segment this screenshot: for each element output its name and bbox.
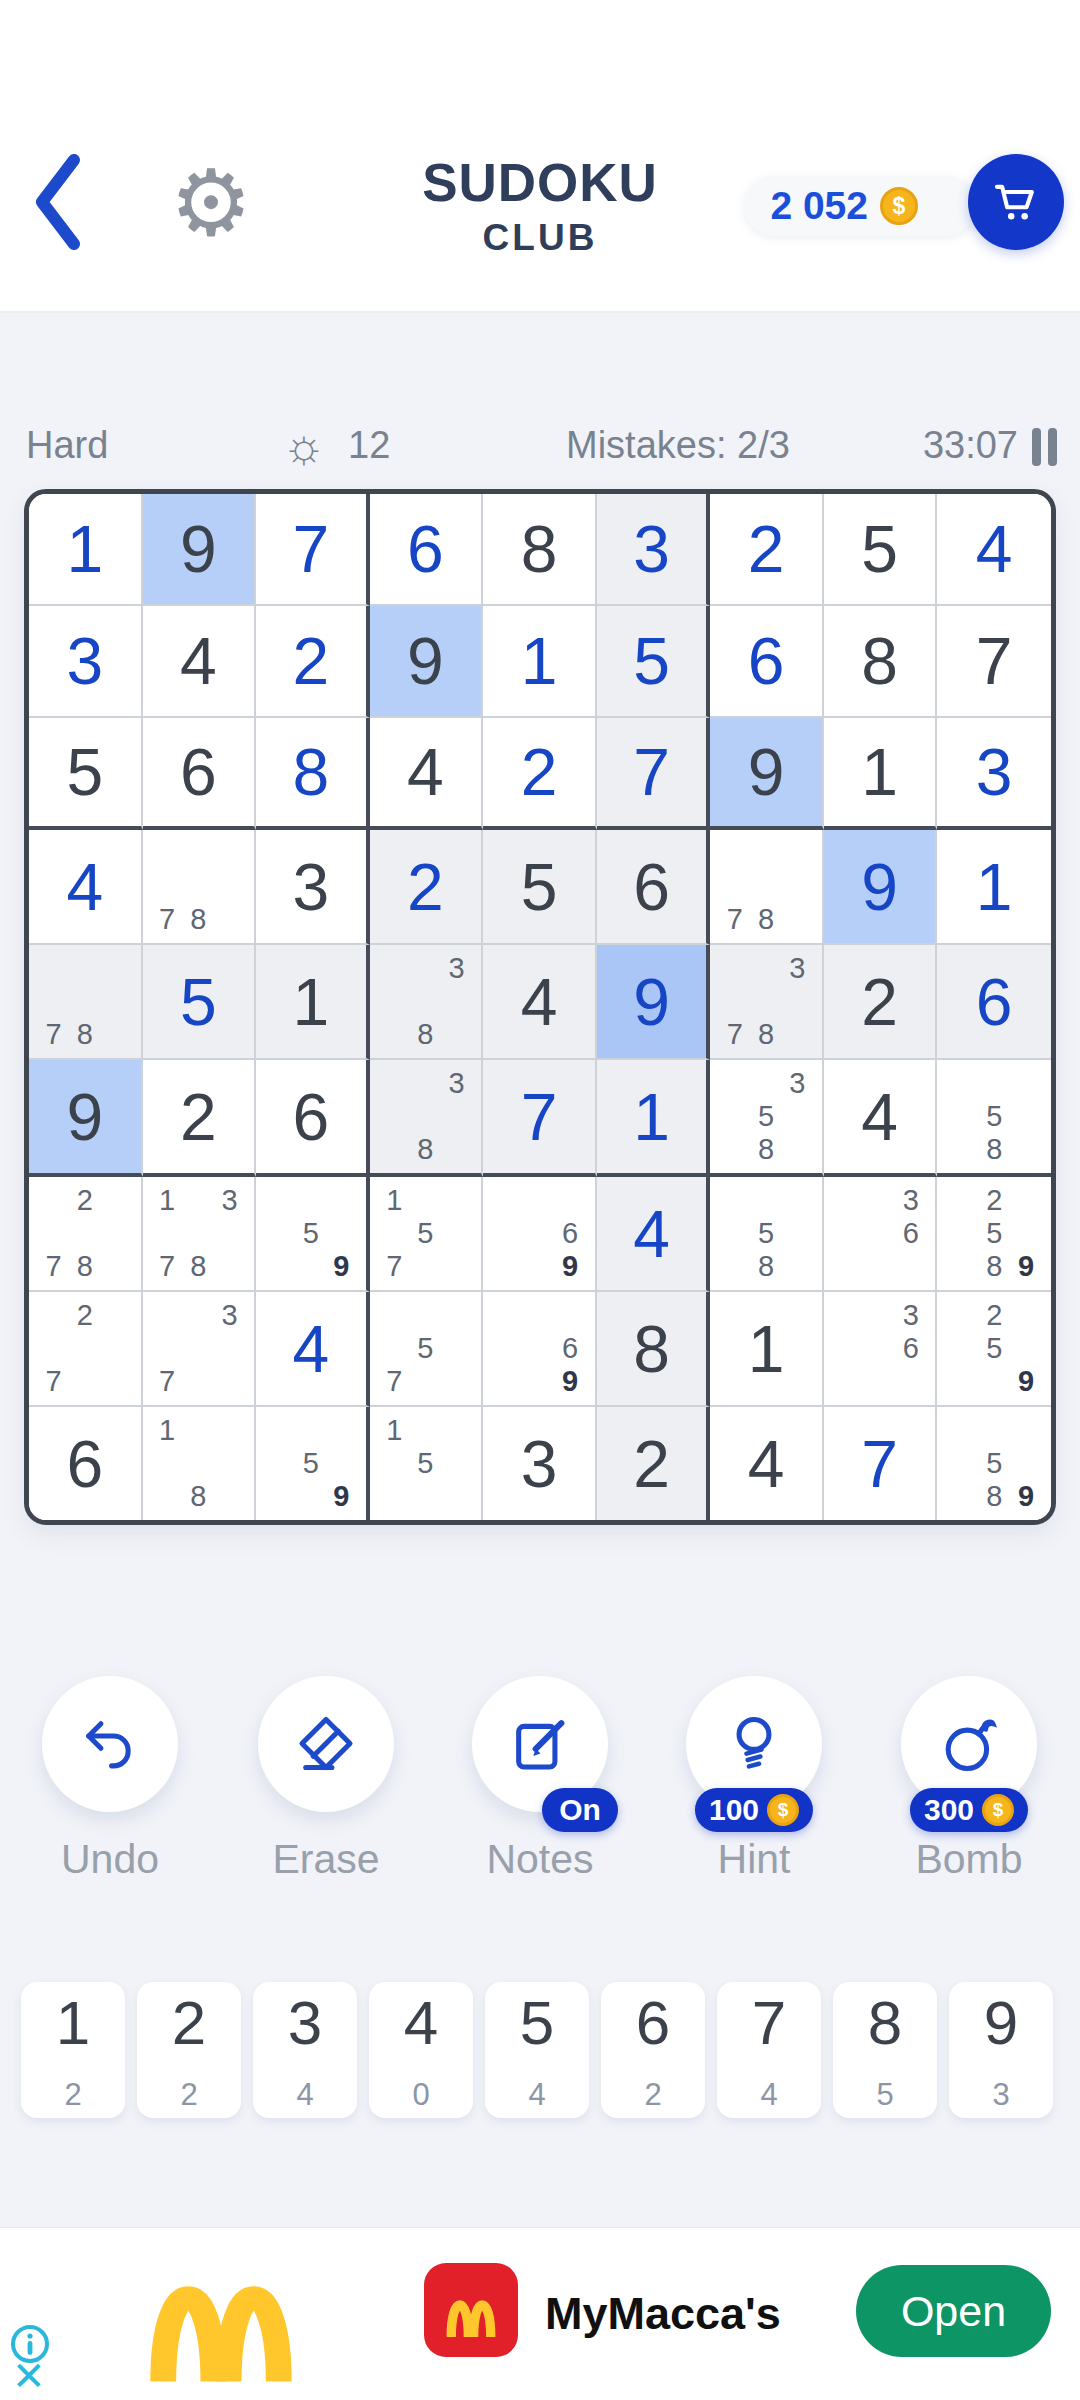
cell-r6c7[interactable]: 358 xyxy=(710,1060,824,1177)
cell-r8c4[interactable]: 57 xyxy=(370,1292,484,1407)
given-digit: 4 xyxy=(748,1431,785,1497)
key-digit: 1 xyxy=(56,1992,90,2054)
cell-r3c2[interactable]: 6 xyxy=(143,718,257,830)
cell-r4c5[interactable]: 5 xyxy=(483,830,597,945)
numpad-key-8[interactable]: 85 xyxy=(833,1982,937,2118)
cell-r3c8[interactable]: 1 xyxy=(824,718,938,830)
user-digit: 1 xyxy=(976,854,1013,920)
user-digit: 2 xyxy=(293,628,330,694)
given-digit: 8 xyxy=(633,1316,670,1382)
user-digit: 1 xyxy=(66,516,103,582)
given-digit: 9 xyxy=(180,516,217,582)
bomb-tool: 300 $ Bomb xyxy=(901,1676,1037,1883)
cell-r8c5[interactable]: 69 xyxy=(483,1292,597,1407)
pencilmarks: 278 xyxy=(29,1177,141,1290)
key-remaining-count: 2 xyxy=(644,2079,661,2110)
user-digit: 9 xyxy=(633,969,670,1035)
lightbulb-icon xyxy=(722,1712,786,1776)
given-digit: 1 xyxy=(293,969,330,1035)
numpad-key-9[interactable]: 93 xyxy=(949,1982,1053,2118)
pencilmarks: 36 xyxy=(824,1292,936,1405)
cell-r4c2[interactable]: 78 xyxy=(143,830,257,945)
pencilmarks: 38 xyxy=(370,945,482,1058)
cell-r8c6[interactable]: 8 xyxy=(597,1292,711,1407)
coin-balance: 2 052 $ xyxy=(744,176,976,236)
cell-r2c5[interactable]: 1 xyxy=(483,606,597,718)
given-digit: 9 xyxy=(407,628,444,694)
user-digit: 6 xyxy=(976,969,1013,1035)
key-digit: 2 xyxy=(172,1992,206,2054)
shop-button[interactable] xyxy=(968,154,1064,250)
notes-on-badge: On xyxy=(542,1788,618,1832)
cell-r3c1[interactable]: 5 xyxy=(29,718,143,830)
user-digit: 5 xyxy=(633,628,670,694)
key-digit: 5 xyxy=(520,1992,554,2054)
notes-badge-text: On xyxy=(559,1793,601,1827)
user-digit: 7 xyxy=(521,1084,558,1150)
sun-score-icon: ☼ xyxy=(282,418,326,473)
cell-r9c3[interactable]: 59 xyxy=(256,1407,370,1520)
cell-r1c7[interactable]: 2 xyxy=(710,494,824,606)
given-digit: 6 xyxy=(293,1084,330,1150)
pencilmarks: 38 xyxy=(370,1060,482,1173)
cell-r2c2[interactable]: 4 xyxy=(143,606,257,718)
pencilmarks: 58 xyxy=(710,1177,822,1290)
game-status-bar: Hard ☼ 12 Mistakes: 2/3 33:07 xyxy=(0,418,1080,474)
pencilmarks: 78 xyxy=(710,830,822,943)
hint-label: Hint xyxy=(686,1836,822,1883)
cell-r5c1[interactable]: 78 xyxy=(29,945,143,1060)
cell-r7c8[interactable]: 36 xyxy=(824,1177,938,1292)
given-digit: 4 xyxy=(407,739,444,805)
pencilmarks: 378 xyxy=(710,945,822,1058)
given-digit: 1 xyxy=(748,1316,785,1382)
cell-r9c1[interactable]: 6 xyxy=(29,1407,143,1520)
key-remaining-count: 5 xyxy=(876,2079,893,2110)
notes-tool: On Notes xyxy=(472,1676,608,1883)
score-value: 12 xyxy=(348,424,390,467)
cell-r6c5[interactable]: 7 xyxy=(483,1060,597,1177)
user-digit: 2 xyxy=(407,854,444,920)
bomb-cost-badge: 300 $ xyxy=(910,1788,1028,1832)
cell-r9c9[interactable]: 589 xyxy=(937,1407,1051,1520)
user-digit: 7 xyxy=(293,516,330,582)
pencilmarks: 59 xyxy=(256,1407,366,1520)
numpad-key-3[interactable]: 34 xyxy=(253,1982,357,2118)
cell-r9c2[interactable]: 18 xyxy=(143,1407,257,1520)
cell-r4c3[interactable]: 3 xyxy=(256,830,370,945)
key-remaining-count: 0 xyxy=(412,2079,429,2110)
numpad-key-5[interactable]: 54 xyxy=(485,1982,589,2118)
undo-label: Undo xyxy=(42,1836,178,1883)
cell-r7c3[interactable]: 59 xyxy=(256,1177,370,1292)
given-digit: 3 xyxy=(293,854,330,920)
difficulty-label: Hard xyxy=(26,424,108,467)
cell-r3c5[interactable]: 2 xyxy=(483,718,597,830)
erase-button[interactable] xyxy=(258,1676,394,1812)
given-digit: 4 xyxy=(861,1084,898,1150)
hint-badge-text: 100 xyxy=(709,1793,759,1827)
pencilmarks: 18 xyxy=(143,1407,255,1520)
numpad-key-6[interactable]: 62 xyxy=(601,1982,705,2118)
cell-r2c8[interactable]: 8 xyxy=(824,606,938,718)
mcdonalds-arches-logo xyxy=(145,2238,297,2384)
hint-tool: 100 $ Hint xyxy=(686,1676,822,1883)
user-digit: 7 xyxy=(633,739,670,805)
cell-r9c5[interactable]: 3 xyxy=(483,1407,597,1520)
user-digit: 2 xyxy=(521,739,558,805)
numpad-key-2[interactable]: 22 xyxy=(137,1982,241,2118)
cell-r6c2[interactable]: 2 xyxy=(143,1060,257,1177)
key-remaining-count: 2 xyxy=(64,2079,81,2110)
pencilmarks: 15 xyxy=(370,1407,482,1520)
ad-app-icon[interactable] xyxy=(424,2263,518,2357)
undo-button[interactable] xyxy=(42,1676,178,1812)
notes-pencil-icon xyxy=(508,1712,572,1776)
cell-r5c8[interactable]: 2 xyxy=(824,945,938,1060)
ad-open-label: Open xyxy=(901,2287,1006,2336)
key-digit: 9 xyxy=(984,1992,1018,2054)
given-digit: 9 xyxy=(748,739,785,805)
cell-r7c1[interactable]: 278 xyxy=(29,1177,143,1292)
given-digit: 5 xyxy=(861,516,898,582)
cell-r8c8[interactable]: 36 xyxy=(824,1292,938,1407)
user-digit: 2 xyxy=(748,516,785,582)
user-digit: 1 xyxy=(633,1084,670,1150)
cell-r2c7[interactable]: 6 xyxy=(710,606,824,718)
cell-r4c4[interactable]: 2 xyxy=(370,830,484,945)
cell-r3c4[interactable]: 4 xyxy=(370,718,484,830)
cell-r6c8[interactable]: 4 xyxy=(824,1060,938,1177)
pencilmarks: 259 xyxy=(937,1292,1051,1405)
ad-close-icon[interactable]: ✕ xyxy=(12,2356,46,2396)
mistakes-label: Mistakes: 2/3 xyxy=(566,424,790,467)
cell-r7c9[interactable]: 2589 xyxy=(937,1177,1051,1292)
numpad-key-1[interactable]: 12 xyxy=(21,1982,125,2118)
cell-r2c9[interactable]: 7 xyxy=(937,606,1051,718)
key-remaining-count: 4 xyxy=(296,2079,313,2110)
given-digit: 8 xyxy=(861,628,898,694)
cell-r2c6[interactable]: 5 xyxy=(597,606,711,718)
user-digit: 7 xyxy=(861,1431,898,1497)
cell-r5c7[interactable]: 378 xyxy=(710,945,824,1060)
cell-r1c9[interactable]: 4 xyxy=(937,494,1051,606)
bomb-icon xyxy=(937,1712,1001,1776)
pencilmarks: 69 xyxy=(483,1292,595,1405)
given-digit: 4 xyxy=(180,628,217,694)
user-digit: 6 xyxy=(407,516,444,582)
pencilmarks: 36 xyxy=(824,1177,936,1290)
cell-r6c3[interactable]: 6 xyxy=(256,1060,370,1177)
cell-r3c3[interactable]: 8 xyxy=(256,718,370,830)
pencilmarks: 589 xyxy=(937,1407,1051,1520)
given-digit: 6 xyxy=(633,854,670,920)
given-digit: 3 xyxy=(521,1431,558,1497)
pencilmarks: 1378 xyxy=(143,1177,255,1290)
given-digit: 5 xyxy=(521,854,558,920)
bomb-label: Bomb xyxy=(901,1836,1037,1883)
cell-r3c6[interactable]: 7 xyxy=(597,718,711,830)
cell-r5c6[interactable]: 9 xyxy=(597,945,711,1060)
cell-r9c7[interactable]: 4 xyxy=(710,1407,824,1520)
user-digit: 4 xyxy=(293,1316,330,1382)
cell-r1c6[interactable]: 3 xyxy=(597,494,711,606)
cell-r1c4[interactable]: 6 xyxy=(370,494,484,606)
pencilmarks: 37 xyxy=(143,1292,255,1405)
cell-r5c5[interactable]: 4 xyxy=(483,945,597,1060)
pause-button[interactable] xyxy=(1032,428,1058,466)
erase-label: Erase xyxy=(258,1836,394,1883)
cell-r6c6[interactable]: 1 xyxy=(597,1060,711,1177)
pencilmarks: 59 xyxy=(256,1177,366,1290)
cell-r2c3[interactable]: 2 xyxy=(256,606,370,718)
pencilmarks: 58 xyxy=(937,1060,1051,1173)
pencilmarks: 78 xyxy=(143,830,255,943)
given-digit: 5 xyxy=(66,739,103,805)
key-digit: 3 xyxy=(288,1992,322,2054)
bomb-badge-text: 300 xyxy=(924,1793,974,1827)
coin-icon: $ xyxy=(767,1794,799,1826)
coin-amount: 2 052 xyxy=(770,184,868,228)
user-digit: 4 xyxy=(66,854,103,920)
key-remaining-count: 4 xyxy=(760,2079,777,2110)
coin-icon: $ xyxy=(982,1794,1014,1826)
given-digit: 4 xyxy=(521,969,558,1035)
ad-open-button[interactable]: Open xyxy=(856,2265,1051,2357)
cell-r8c9[interactable]: 259 xyxy=(937,1292,1051,1407)
key-digit: 8 xyxy=(868,1992,902,2054)
cell-r8c7[interactable]: 1 xyxy=(710,1292,824,1407)
key-remaining-count: 3 xyxy=(992,2079,1009,2110)
pencilmarks: 358 xyxy=(710,1060,822,1173)
user-digit: 3 xyxy=(976,739,1013,805)
user-digit: 3 xyxy=(633,516,670,582)
cell-r3c9[interactable]: 3 xyxy=(937,718,1051,830)
user-digit: 9 xyxy=(861,854,898,920)
cell-r6c9[interactable]: 58 xyxy=(937,1060,1051,1177)
cell-r6c4[interactable]: 38 xyxy=(370,1060,484,1177)
cart-icon xyxy=(990,176,1042,228)
cell-r5c2[interactable]: 5 xyxy=(143,945,257,1060)
cell-r5c4[interactable]: 38 xyxy=(370,945,484,1060)
cell-r1c1[interactable]: 1 xyxy=(29,494,143,606)
cell-r7c6[interactable]: 4 xyxy=(597,1177,711,1292)
pencilmarks: 69 xyxy=(483,1177,595,1290)
numpad-key-7[interactable]: 74 xyxy=(717,1982,821,2118)
cell-r7c4[interactable]: 157 xyxy=(370,1177,484,1292)
notes-label: Notes xyxy=(472,1836,608,1883)
cell-r1c2[interactable]: 9 xyxy=(143,494,257,606)
undo-tool: Undo xyxy=(42,1676,178,1883)
cell-r7c7[interactable]: 58 xyxy=(710,1177,824,1292)
cell-r1c8[interactable]: 5 xyxy=(824,494,938,606)
number-pad: 122234405462748593 xyxy=(21,1982,1061,2118)
pencilmarks: 57 xyxy=(370,1292,482,1405)
cell-r3c7[interactable]: 9 xyxy=(710,718,824,830)
user-digit: 4 xyxy=(976,516,1013,582)
key-digit: 6 xyxy=(636,1992,670,2054)
given-digit: 2 xyxy=(633,1431,670,1497)
cell-r4c6[interactable]: 6 xyxy=(597,830,711,945)
user-digit: 5 xyxy=(180,969,217,1035)
cell-r9c6[interactable]: 2 xyxy=(597,1407,711,1520)
cell-r5c3[interactable]: 1 xyxy=(256,945,370,1060)
user-digit: 8 xyxy=(293,739,330,805)
cell-r2c1[interactable]: 3 xyxy=(29,606,143,718)
cell-r4c8[interactable]: 9 xyxy=(824,830,938,945)
cell-r4c1[interactable]: 4 xyxy=(29,830,143,945)
given-digit: 8 xyxy=(521,516,558,582)
mcdonalds-arches-small-icon xyxy=(445,2282,497,2338)
given-digit: 1 xyxy=(861,739,898,805)
user-digit: 1 xyxy=(521,628,558,694)
user-digit: 6 xyxy=(748,628,785,694)
key-remaining-count: 4 xyxy=(528,2079,545,2110)
numpad-key-4[interactable]: 40 xyxy=(369,1982,473,2118)
cell-r4c7[interactable]: 78 xyxy=(710,830,824,945)
cell-r8c1[interactable]: 27 xyxy=(29,1292,143,1407)
cell-r6c1[interactable]: 9 xyxy=(29,1060,143,1177)
timer-value: 33:07 xyxy=(923,424,1018,467)
key-digit: 4 xyxy=(404,1992,438,2054)
sudoku-app-screen: ⚙ SUDOKU CLUB 2 052 $ Hard ☼ 12 Mistakes… xyxy=(0,0,1080,2400)
cell-r9c8[interactable]: 7 xyxy=(824,1407,938,1520)
cell-r9c4[interactable]: 15 xyxy=(370,1407,484,1520)
cell-r1c3[interactable]: 7 xyxy=(256,494,370,606)
given-digit: 2 xyxy=(861,969,898,1035)
cell-r7c5[interactable]: 69 xyxy=(483,1177,597,1292)
coin-icon: $ xyxy=(880,187,918,225)
given-digit: 6 xyxy=(180,739,217,805)
given-digit: 2 xyxy=(180,1084,217,1150)
top-bar: ⚙ SUDOKU CLUB 2 052 $ xyxy=(0,0,1080,313)
key-digit: 7 xyxy=(752,1992,786,2054)
given-digit: 9 xyxy=(66,1084,103,1150)
cell-r8c2[interactable]: 37 xyxy=(143,1292,257,1407)
pencilmarks: 2589 xyxy=(937,1177,1051,1290)
cell-r8c3[interactable]: 4 xyxy=(256,1292,370,1407)
key-remaining-count: 2 xyxy=(180,2079,197,2110)
cell-r4c9[interactable]: 1 xyxy=(937,830,1051,945)
cell-r1c5[interactable]: 8 xyxy=(483,494,597,606)
sudoku-board: 1976832543429156875684279134783256789178… xyxy=(24,489,1056,1525)
erase-tool: Erase xyxy=(258,1676,394,1883)
pencilmarks: 157 xyxy=(370,1177,482,1290)
ad-title: MyMacca's xyxy=(545,2288,781,2340)
given-digit: 6 xyxy=(66,1431,103,1497)
cell-r2c4[interactable]: 9 xyxy=(370,606,484,718)
user-digit: 4 xyxy=(633,1201,670,1267)
eraser-icon xyxy=(294,1712,358,1776)
pencilmarks: 78 xyxy=(29,945,141,1058)
user-digit: 3 xyxy=(66,628,103,694)
hint-cost-badge: 100 $ xyxy=(695,1788,813,1832)
cell-r7c2[interactable]: 1378 xyxy=(143,1177,257,1292)
cell-r5c9[interactable]: 6 xyxy=(937,945,1051,1060)
undo-icon xyxy=(78,1712,142,1776)
given-digit: 7 xyxy=(976,628,1013,694)
pencilmarks: 27 xyxy=(29,1292,141,1405)
